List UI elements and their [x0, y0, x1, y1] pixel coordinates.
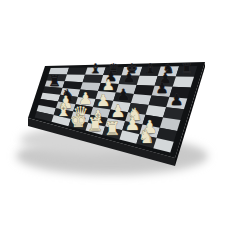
chess-board: ♝♛♚♝♞♜♟♟♟♜♟♟♟♟♞♟♟♟♟♞♝♛♝♟♟♚♜♜♞ [0, 0, 235, 235]
piece-black-rook-a6: ♜ [48, 72, 61, 89]
square-f7 [137, 76, 158, 86]
piece-black-pawn-g6: ♟ [156, 79, 169, 96]
piece-black-rook-h8: ♜ [181, 61, 193, 76]
piece-white-knight-g1: ♞ [138, 126, 155, 147]
piece-white-king-c1: ♚ [70, 110, 87, 131]
piece-black-bishop-f8: ♝ [144, 61, 156, 76]
product-photo: ♝♛♚♝♞♜♟♟♟♜♟♟♟♟♞♟♟♟♟♞♝♛♝♟♟♚♜♜♞ [0, 0, 235, 235]
square-h7 [173, 76, 194, 87]
square-f6 [134, 85, 155, 96]
piece-white-pawn-d6: ♟ [102, 76, 115, 93]
piece-white-bishop-b2: ♝ [56, 100, 72, 120]
piece-black-bishop-c8: ♝ [89, 61, 101, 76]
square-b8 [67, 68, 88, 75]
square-g5 [149, 96, 170, 108]
piece-white-rook-d1: ♜ [87, 114, 104, 135]
piece-black-pawn-h5: ♟ [170, 91, 184, 109]
square-b7 [65, 75, 85, 83]
piece-black-pawn-e7: ♟ [123, 69, 135, 85]
piece-white-rook-e1: ♜ [104, 118, 121, 139]
